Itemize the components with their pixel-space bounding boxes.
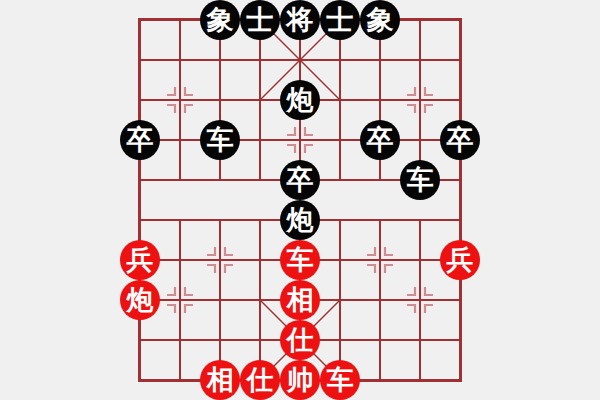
piece-black-elephant-left[interactable]: 象 — [200, 0, 240, 40]
point-marker — [287, 127, 295, 135]
piece-black-advisor-right[interactable]: 士 — [320, 0, 360, 40]
piece-red-advisor-left[interactable]: 仕 — [240, 360, 280, 400]
point-marker — [425, 105, 433, 113]
point-marker — [167, 305, 175, 313]
point-marker — [225, 247, 233, 255]
point-marker — [167, 287, 175, 295]
piece-red-elephant-left[interactable]: 相 — [200, 360, 240, 400]
point-marker — [185, 105, 193, 113]
point-marker — [185, 87, 193, 95]
piece-black-pawn-g[interactable]: 卒 — [360, 120, 400, 160]
point-marker — [305, 127, 313, 135]
piece-black-cannon-front[interactable]: 炮 — [280, 80, 320, 120]
point-marker — [367, 265, 375, 273]
point-marker — [385, 265, 393, 273]
point-marker — [425, 305, 433, 313]
piece-red-elephant-center[interactable]: 相 — [280, 280, 320, 320]
piece-red-cannon-left[interactable]: 炮 — [120, 280, 160, 320]
point-marker — [167, 87, 175, 95]
piece-black-pawn-a[interactable]: 卒 — [120, 120, 160, 160]
point-marker — [407, 87, 415, 95]
point-marker — [367, 247, 375, 255]
point-marker — [407, 105, 415, 113]
piece-red-pawn-a[interactable]: 兵 — [120, 240, 160, 280]
point-marker — [287, 145, 295, 153]
piece-red-pawn-i[interactable]: 兵 — [440, 240, 480, 280]
xiangqi-board[interactable]: 象士将士象炮卒车卒卒卒车炮兵车兵炮相仕相仕帅车 — [0, 0, 600, 400]
piece-black-cannon-rear[interactable]: 炮 — [280, 200, 320, 240]
point-marker — [207, 247, 215, 255]
point-marker — [407, 305, 415, 313]
piece-black-chariot-left[interactable]: 车 — [200, 120, 240, 160]
piece-black-advisor-left[interactable]: 士 — [240, 0, 280, 40]
piece-red-chariot-right[interactable]: 车 — [320, 360, 360, 400]
piece-black-chariot-right[interactable]: 车 — [400, 160, 440, 200]
point-marker — [185, 287, 193, 295]
piece-black-elephant-right[interactable]: 象 — [360, 0, 400, 40]
point-marker — [207, 265, 215, 273]
point-marker — [407, 287, 415, 295]
point-marker — [425, 87, 433, 95]
point-marker — [425, 287, 433, 295]
piece-black-pawn-center[interactable]: 卒 — [280, 160, 320, 200]
piece-red-advisor-center[interactable]: 仕 — [280, 320, 320, 360]
point-marker — [305, 145, 313, 153]
piece-black-pawn-i[interactable]: 卒 — [440, 120, 480, 160]
piece-red-chariot-center[interactable]: 车 — [280, 240, 320, 280]
point-marker — [225, 265, 233, 273]
xiangqi-screenshot: 象士将士象炮卒车卒卒卒车炮兵车兵炮相仕相仕帅车 — [0, 0, 600, 400]
point-marker — [185, 305, 193, 313]
point-marker — [167, 105, 175, 113]
piece-red-general[interactable]: 帅 — [280, 360, 320, 400]
piece-black-general[interactable]: 将 — [280, 0, 320, 40]
point-marker — [385, 247, 393, 255]
